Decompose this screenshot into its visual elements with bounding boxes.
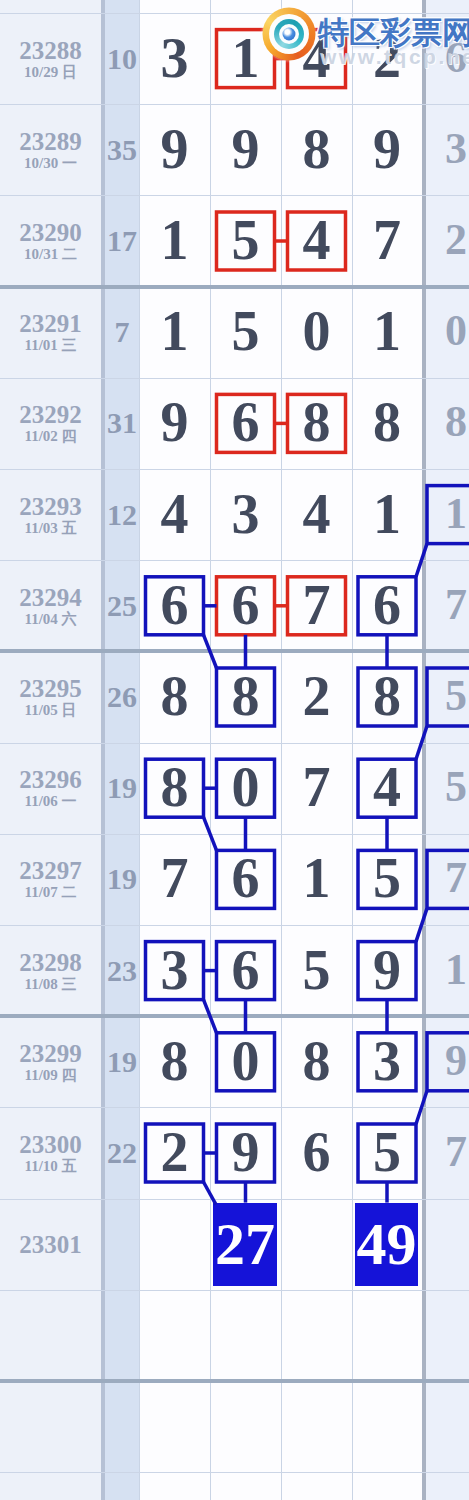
drawn-digit: 9 xyxy=(232,1124,260,1180)
drawn-digit: 6 xyxy=(232,850,260,906)
draw-number: 23300 xyxy=(19,1132,82,1157)
draw-number: 23288 xyxy=(19,38,82,63)
draw-label-cell: 2329411/04 六 xyxy=(0,560,101,651)
next-draw-highlight-value: 27 xyxy=(213,1203,277,1286)
draw-number: 23289 xyxy=(19,129,82,154)
draw-date: 11/06 一 xyxy=(24,794,76,809)
drawn-digit: 7 xyxy=(445,857,467,901)
draw-label-cell: 2329711/07 二 xyxy=(0,834,101,925)
drawn-digit: 5 xyxy=(232,303,260,359)
draw-label-cell: 2329511/05 日 xyxy=(0,651,101,742)
site-logo[interactable]: 特区彩票网 www.tqcp.net xyxy=(262,4,468,66)
next-draw-highlight-value: 49 xyxy=(355,1203,418,1286)
drawn-digit: 7 xyxy=(373,212,401,268)
draw-label-cell: 2329211/02 四 xyxy=(0,378,101,469)
draw-number: 23295 xyxy=(19,676,82,701)
drawn-digit: 8 xyxy=(373,668,401,724)
draw-date: 10/31 二 xyxy=(24,247,77,262)
sum-value: 35 xyxy=(105,104,139,195)
drawn-digit: 0 xyxy=(232,1033,260,1089)
sum-value: 19 xyxy=(105,1016,139,1107)
drawn-digit: 4 xyxy=(303,485,331,541)
drawn-digit: 1 xyxy=(161,212,189,268)
drawn-digit: 4 xyxy=(161,485,189,541)
lottery-trend-chart: 2328810/29 日10314262328910/30 一359989323… xyxy=(0,0,469,1500)
draw-label-cell: 2328910/30 一 xyxy=(0,104,101,195)
sum-value: 26 xyxy=(105,651,139,742)
sum-value: 10 xyxy=(105,13,139,104)
draw-date: 11/08 三 xyxy=(24,977,76,992)
logo-swirl-icon xyxy=(262,7,315,60)
drawn-digit: 8 xyxy=(303,394,331,450)
draw-number: 23298 xyxy=(19,950,82,975)
drawn-digit: 8 xyxy=(161,1033,189,1089)
drawn-digit: 6 xyxy=(232,394,260,450)
drawn-digit: 5 xyxy=(445,765,467,809)
draw-date: 10/30 一 xyxy=(24,156,77,171)
drawn-digit: 9 xyxy=(161,394,189,450)
drawn-digit: 0 xyxy=(303,303,331,359)
drawn-digit: 8 xyxy=(161,759,189,815)
sum-value: 7 xyxy=(105,287,139,378)
drawn-digit: 5 xyxy=(445,674,467,718)
sum-value: 22 xyxy=(105,1107,139,1198)
grid-cells: 2328810/29 日10314262328910/30 一359989323… xyxy=(0,0,469,1500)
drawn-digit: 1 xyxy=(232,29,260,85)
drawn-digit: 9 xyxy=(161,121,189,177)
drawn-digit: 7 xyxy=(303,759,331,815)
drawn-digit: 3 xyxy=(161,941,189,997)
draw-date: 11/04 六 xyxy=(24,612,76,627)
drawn-digit: 8 xyxy=(445,401,467,445)
drawn-digit: 1 xyxy=(445,492,467,536)
drawn-digit: 8 xyxy=(373,394,401,450)
drawn-digit: 8 xyxy=(232,668,260,724)
drawn-digit: 3 xyxy=(445,127,467,171)
drawn-digit: 2 xyxy=(303,668,331,724)
drawn-digit: 6 xyxy=(232,941,260,997)
drawn-digit: 1 xyxy=(161,303,189,359)
sum-value: 19 xyxy=(105,834,139,925)
drawn-digit: 4 xyxy=(303,212,331,268)
drawn-digit: 6 xyxy=(303,1124,331,1180)
drawn-digit: 5 xyxy=(373,1124,401,1180)
draw-label-cell: 2329911/09 四 xyxy=(0,1016,101,1107)
drawn-digit: 0 xyxy=(232,759,260,815)
sum-value: 31 xyxy=(105,378,139,469)
draw-date: 11/09 四 xyxy=(24,1068,76,1083)
drawn-digit: 8 xyxy=(161,668,189,724)
drawn-digit: 6 xyxy=(232,577,260,633)
drawn-digit: 1 xyxy=(373,485,401,541)
drawn-digit: 1 xyxy=(445,948,467,992)
draw-number: 23297 xyxy=(19,858,82,883)
draw-number: 23296 xyxy=(19,767,82,792)
drawn-digit: 3 xyxy=(161,29,189,85)
drawn-digit: 0 xyxy=(445,309,467,353)
draw-label-cell: 23301 xyxy=(0,1199,101,1290)
draw-date: 10/29 日 xyxy=(24,65,77,80)
sum-value: 19 xyxy=(105,743,139,834)
draw-label-cell: 2329010/31 二 xyxy=(0,195,101,286)
draw-label-cell: 2329311/03 五 xyxy=(0,469,101,560)
drawn-digit: 7 xyxy=(303,577,331,633)
drawn-digit: 9 xyxy=(232,121,260,177)
draw-label-cell: 2329611/06 一 xyxy=(0,743,101,834)
drawn-digit: 7 xyxy=(445,583,467,627)
sum-value: 23 xyxy=(105,925,139,1016)
draw-date: 11/01 三 xyxy=(24,338,76,353)
drawn-digit: 8 xyxy=(303,1033,331,1089)
drawn-digit: 9 xyxy=(445,1039,467,1083)
drawn-digit: 3 xyxy=(232,485,260,541)
drawn-digit: 7 xyxy=(161,850,189,906)
draw-number: 23294 xyxy=(19,585,82,610)
draw-number: 23293 xyxy=(19,494,82,519)
drawn-digit: 5 xyxy=(303,941,331,997)
drawn-digit: 1 xyxy=(303,850,331,906)
draw-date: 11/07 二 xyxy=(24,885,76,900)
site-url-watermark: www.tqcp.net xyxy=(320,45,469,69)
sum-value: 12 xyxy=(105,469,139,560)
sum-value: 17 xyxy=(105,195,139,286)
draw-number: 23301 xyxy=(19,1232,82,1257)
draw-date: 11/02 四 xyxy=(24,429,76,444)
drawn-digit: 1 xyxy=(373,303,401,359)
drawn-digit: 7 xyxy=(445,1130,467,1174)
drawn-digit: 2 xyxy=(445,218,467,262)
drawn-digit: 8 xyxy=(303,121,331,177)
draw-label-cell: 2328810/29 日 xyxy=(0,13,101,104)
draw-label-cell: 2329111/01 三 xyxy=(0,287,101,378)
drawn-digit: 4 xyxy=(373,759,401,815)
drawn-digit: 9 xyxy=(373,941,401,997)
drawn-digit: 2 xyxy=(161,1124,189,1180)
drawn-digit: 6 xyxy=(373,577,401,633)
drawn-digit: 3 xyxy=(373,1033,401,1089)
draw-label-cell: 2330011/10 五 xyxy=(0,1107,101,1198)
draw-number: 23291 xyxy=(19,311,82,336)
draw-number: 23292 xyxy=(19,402,82,427)
drawn-digit: 5 xyxy=(373,850,401,906)
draw-number: 23299 xyxy=(19,1041,82,1066)
sum-value: 25 xyxy=(105,560,139,651)
draw-label-cell: 2329811/08 三 xyxy=(0,925,101,1016)
draw-number: 23290 xyxy=(19,220,82,245)
draw-date: 11/10 五 xyxy=(24,1159,76,1174)
drawn-digit: 6 xyxy=(161,577,189,633)
draw-date: 11/03 五 xyxy=(24,521,76,536)
draw-date: 11/05 日 xyxy=(24,703,76,718)
drawn-digit: 9 xyxy=(373,121,401,177)
drawn-digit: 5 xyxy=(232,212,260,268)
